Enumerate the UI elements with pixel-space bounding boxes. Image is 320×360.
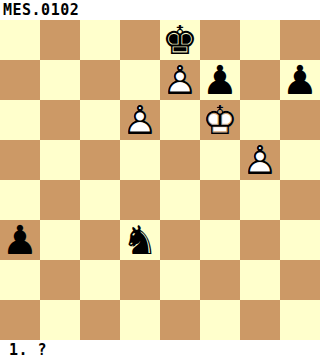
- piece-white-king-f6: ♔: [200, 100, 240, 140]
- square-a1[interactable]: [0, 300, 40, 340]
- square-f2[interactable]: [200, 260, 240, 300]
- square-d3[interactable]: ♞: [120, 220, 160, 260]
- square-f6[interactable]: ♚♔: [200, 100, 240, 140]
- square-d7[interactable]: [120, 60, 160, 100]
- square-a7[interactable]: [0, 60, 40, 100]
- square-f1[interactable]: [200, 300, 240, 340]
- square-e7[interactable]: ♟♙: [160, 60, 200, 100]
- square-f3[interactable]: [200, 220, 240, 260]
- square-e6[interactable]: [160, 100, 200, 140]
- square-g1[interactable]: [240, 300, 280, 340]
- square-h3[interactable]: [280, 220, 320, 260]
- square-e3[interactable]: [160, 220, 200, 260]
- square-d4[interactable]: [120, 180, 160, 220]
- square-c1[interactable]: [80, 300, 120, 340]
- square-c7[interactable]: [80, 60, 120, 100]
- square-d6[interactable]: ♟♙: [120, 100, 160, 140]
- piece-black-pawn-a3: ♟: [0, 220, 40, 260]
- square-b3[interactable]: [40, 220, 80, 260]
- square-h7[interactable]: ♟: [280, 60, 320, 100]
- square-d8[interactable]: [120, 20, 160, 60]
- piece-black-pawn-f7: ♟: [200, 60, 240, 100]
- square-d1[interactable]: [120, 300, 160, 340]
- piece-black-king-e8: ♚: [160, 20, 200, 60]
- square-g3[interactable]: [240, 220, 280, 260]
- move-prompt: 1. ?: [0, 340, 320, 360]
- square-a4[interactable]: [0, 180, 40, 220]
- piece-fill-white-king-f6: ♚: [200, 100, 240, 140]
- square-g6[interactable]: [240, 100, 280, 140]
- square-g2[interactable]: [240, 260, 280, 300]
- piece-fill-white-pawn-d6: ♟: [120, 100, 160, 140]
- square-e5[interactable]: [160, 140, 200, 180]
- diagram-title: MES.0102: [0, 0, 320, 20]
- square-b5[interactable]: [40, 140, 80, 180]
- square-f8[interactable]: [200, 20, 240, 60]
- square-h5[interactable]: [280, 140, 320, 180]
- square-h4[interactable]: [280, 180, 320, 220]
- piece-fill-white-pawn-g5: ♟: [240, 140, 280, 180]
- square-b7[interactable]: [40, 60, 80, 100]
- chess-diagram-page: MES.0102 ♚♟♙♟♟♟♙♚♔♟♙♟♞ 1. ?: [0, 0, 320, 360]
- square-d2[interactable]: [120, 260, 160, 300]
- square-e4[interactable]: [160, 180, 200, 220]
- piece-black-pawn-h7: ♟: [280, 60, 320, 100]
- square-b4[interactable]: [40, 180, 80, 220]
- square-c3[interactable]: [80, 220, 120, 260]
- square-c8[interactable]: [80, 20, 120, 60]
- square-b1[interactable]: [40, 300, 80, 340]
- square-b8[interactable]: [40, 20, 80, 60]
- square-a3[interactable]: ♟: [0, 220, 40, 260]
- square-g8[interactable]: [240, 20, 280, 60]
- square-g4[interactable]: [240, 180, 280, 220]
- chess-board: ♚♟♙♟♟♟♙♚♔♟♙♟♞: [0, 20, 320, 340]
- square-g7[interactable]: [240, 60, 280, 100]
- square-a6[interactable]: [0, 100, 40, 140]
- square-b6[interactable]: [40, 100, 80, 140]
- square-h2[interactable]: [280, 260, 320, 300]
- square-f7[interactable]: ♟: [200, 60, 240, 100]
- square-d5[interactable]: [120, 140, 160, 180]
- square-c6[interactable]: [80, 100, 120, 140]
- square-c4[interactable]: [80, 180, 120, 220]
- square-b2[interactable]: [40, 260, 80, 300]
- square-h8[interactable]: [280, 20, 320, 60]
- square-c2[interactable]: [80, 260, 120, 300]
- square-f5[interactable]: [200, 140, 240, 180]
- piece-black-knight-d3: ♞: [120, 220, 160, 260]
- square-h6[interactable]: [280, 100, 320, 140]
- piece-white-pawn-g5: ♙: [240, 140, 280, 180]
- square-h1[interactable]: [280, 300, 320, 340]
- square-c5[interactable]: [80, 140, 120, 180]
- square-g5[interactable]: ♟♙: [240, 140, 280, 180]
- square-a8[interactable]: [0, 20, 40, 60]
- square-f4[interactable]: [200, 180, 240, 220]
- piece-white-pawn-e7: ♙: [160, 60, 200, 100]
- square-e8[interactable]: ♚: [160, 20, 200, 60]
- square-a2[interactable]: [0, 260, 40, 300]
- square-a5[interactable]: [0, 140, 40, 180]
- square-e1[interactable]: [160, 300, 200, 340]
- piece-white-pawn-d6: ♙: [120, 100, 160, 140]
- piece-fill-white-pawn-e7: ♟: [160, 60, 200, 100]
- square-e2[interactable]: [160, 260, 200, 300]
